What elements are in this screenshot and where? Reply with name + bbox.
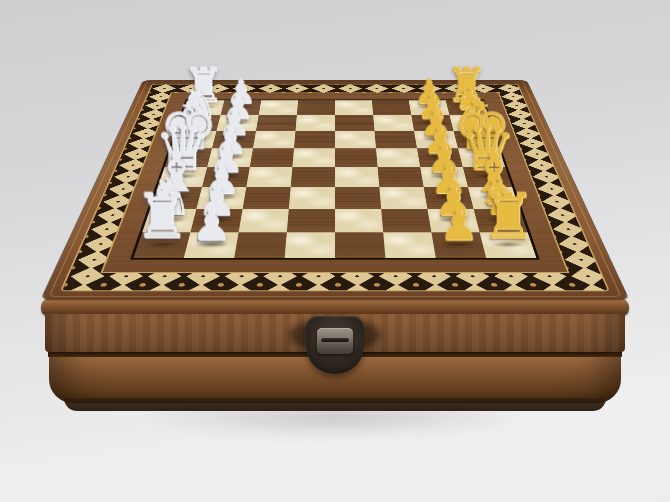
square-e8[interactable] <box>458 148 505 167</box>
square-e1[interactable] <box>165 148 212 167</box>
board-grid <box>133 100 536 258</box>
square-e3[interactable] <box>250 148 294 167</box>
square-b2[interactable] <box>190 209 242 233</box>
square-f8[interactable] <box>454 131 499 148</box>
square-b7[interactable] <box>427 209 479 233</box>
square-g6[interactable] <box>373 115 414 131</box>
square-h1[interactable] <box>182 100 224 115</box>
square-b1[interactable] <box>142 209 196 233</box>
box-base-foot <box>64 398 606 411</box>
square-d6[interactable] <box>378 167 424 187</box>
square-h4[interactable] <box>297 100 335 115</box>
square-b4[interactable] <box>287 209 335 233</box>
box-base <box>40 298 630 432</box>
square-h3[interactable] <box>259 100 298 115</box>
square-c3[interactable] <box>243 187 291 209</box>
square-f7[interactable] <box>414 131 458 148</box>
square-f1[interactable] <box>171 131 216 148</box>
square-g4[interactable] <box>295 115 335 131</box>
square-b6[interactable] <box>381 209 431 233</box>
square-f6[interactable] <box>375 131 417 148</box>
chessboard: ♜♟♟♜♞♟♟♞♝♟♟♝♚♟♟♚♛♟♟♛♝♟♟♝♞♟♟♞♜♟♟♜ <box>41 80 629 300</box>
square-e6[interactable] <box>376 148 420 167</box>
square-e4[interactable] <box>292 148 335 167</box>
square-g1[interactable] <box>177 115 221 131</box>
square-e5[interactable] <box>335 148 378 167</box>
square-g2[interactable] <box>216 115 258 131</box>
square-d7[interactable] <box>420 167 468 187</box>
square-d3[interactable] <box>246 167 292 187</box>
square-d2[interactable] <box>202 167 250 187</box>
square-g5[interactable] <box>335 115 375 131</box>
latch-clasp-bar <box>321 338 349 342</box>
square-d4[interactable] <box>291 167 335 187</box>
square-g7[interactable] <box>411 115 453 131</box>
square-a8[interactable] <box>480 232 537 258</box>
square-h8[interactable] <box>446 100 488 115</box>
square-h5[interactable] <box>335 100 373 115</box>
square-f4[interactable] <box>294 131 335 148</box>
square-d8[interactable] <box>463 167 512 187</box>
square-a5[interactable] <box>335 232 385 258</box>
square-a3[interactable] <box>234 232 287 258</box>
square-a4[interactable] <box>285 232 335 258</box>
square-c5[interactable] <box>335 187 381 209</box>
square-a1[interactable] <box>133 232 190 258</box>
square-d5[interactable] <box>335 167 379 187</box>
square-c6[interactable] <box>379 187 427 209</box>
square-h6[interactable] <box>372 100 411 115</box>
square-d1[interactable] <box>158 167 207 187</box>
square-c8[interactable] <box>468 187 520 209</box>
square-c1[interactable] <box>150 187 202 209</box>
square-a7[interactable] <box>431 232 486 258</box>
square-b3[interactable] <box>239 209 289 233</box>
square-h2[interactable] <box>221 100 262 115</box>
square-f2[interactable] <box>212 131 256 148</box>
square-c4[interactable] <box>289 187 335 209</box>
square-g8[interactable] <box>449 115 493 131</box>
square-g3[interactable] <box>256 115 297 131</box>
square-c7[interactable] <box>424 187 474 209</box>
square-b5[interactable] <box>335 209 383 233</box>
square-b8[interactable] <box>474 209 528 233</box>
square-e2[interactable] <box>207 148 253 167</box>
square-f5[interactable] <box>335 131 376 148</box>
square-h7[interactable] <box>409 100 450 115</box>
square-f3[interactable] <box>253 131 295 148</box>
square-a2[interactable] <box>184 232 239 258</box>
square-e7[interactable] <box>417 148 463 167</box>
photo-background: ♜♟♟♜♞♟♟♞♝♟♟♝♚♟♟♚♛♟♟♛♝♟♟♝♞♟♟♞♜♟♟♜ <box>0 0 670 502</box>
square-a6[interactable] <box>383 232 436 258</box>
square-c2[interactable] <box>196 187 246 209</box>
